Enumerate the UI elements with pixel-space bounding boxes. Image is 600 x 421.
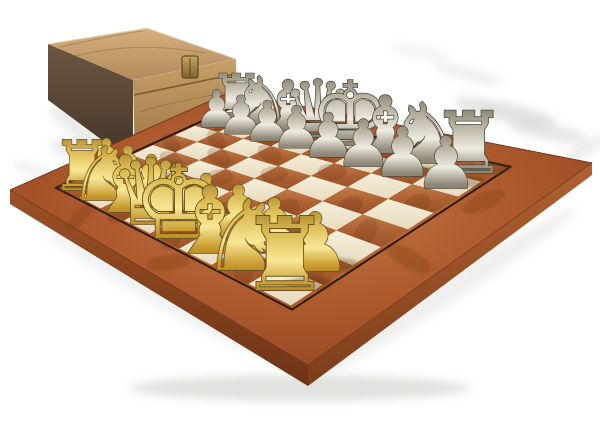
piece-silver-pawn-h7[interactable]: ♟	[414, 121, 478, 205]
product-photo-scene: Product photo: metal Renaissance-style c…	[0, 0, 600, 421]
chess-set-photo: ♜♟♞♟♝♟♟♜♛♟♟♞♚♟♟♝♝♟♟♛♞♟♟♚♜♟♟♝♟♞♟♜	[0, 0, 600, 421]
piece-cast-shadow	[390, 42, 451, 62]
piece-gold-rook-h1[interactable]: ♜	[239, 196, 330, 314]
